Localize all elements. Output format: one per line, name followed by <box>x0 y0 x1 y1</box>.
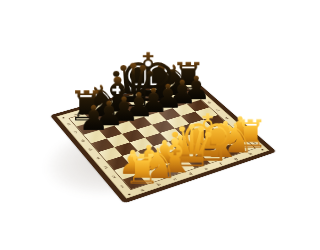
piece-white-rook-a1: ♜ <box>96 149 189 190</box>
photo-scene: ◆ ◆ ◆ ◆ abcdefgh abcdefgh 87654321 87654… <box>0 0 250 250</box>
piece-black-pawn-a7: ♟ <box>51 101 136 135</box>
rank-label-6: 6 <box>80 138 86 142</box>
square-a7: ♟ <box>77 122 100 135</box>
board-grid: ♜♞♝♛♚♝♞♜♟♟♟♟♟♟♟♟♟♟♟♟♟♟♟♟♜♞♝♛♚♝♞♜ <box>70 85 250 189</box>
square-a1: ♜ <box>123 174 148 189</box>
